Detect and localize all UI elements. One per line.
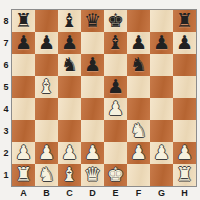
- square-d8[interactable]: ♛: [81, 10, 104, 32]
- square-f7[interactable]: ♟: [127, 32, 150, 54]
- piece-white-bishop[interactable]: ♝: [35, 76, 58, 98]
- square-a7[interactable]: ♟: [12, 32, 35, 54]
- square-e3[interactable]: [104, 120, 127, 142]
- square-d7[interactable]: [81, 32, 104, 54]
- square-d3[interactable]: [81, 120, 104, 142]
- piece-black-pawn[interactable]: ♟: [58, 32, 81, 54]
- square-d5[interactable]: [81, 76, 104, 98]
- square-e8[interactable]: ♚: [104, 10, 127, 32]
- square-b8[interactable]: [35, 10, 58, 32]
- file-label-d: D: [81, 187, 104, 199]
- square-h1[interactable]: ♜: [173, 164, 196, 186]
- square-b1[interactable]: ♞: [35, 164, 58, 186]
- piece-black-knight[interactable]: ♞: [127, 54, 150, 76]
- piece-black-pawn[interactable]: ♟: [173, 32, 196, 54]
- piece-white-bishop[interactable]: ♝: [58, 164, 81, 186]
- square-c7[interactable]: ♟: [58, 32, 81, 54]
- square-h8[interactable]: ♜: [173, 10, 196, 32]
- square-g6[interactable]: [150, 54, 173, 76]
- rank-label-7: 7: [0, 32, 12, 54]
- square-e5[interactable]: ♟: [104, 76, 127, 98]
- piece-white-pawn[interactable]: ♟: [173, 142, 196, 164]
- piece-white-knight[interactable]: ♞: [127, 120, 150, 142]
- square-b3[interactable]: [35, 120, 58, 142]
- square-f6[interactable]: ♞: [127, 54, 150, 76]
- piece-black-rook[interactable]: ♜: [12, 10, 35, 32]
- piece-white-pawn[interactable]: ♟: [35, 142, 58, 164]
- file-label-a: A: [12, 187, 35, 199]
- piece-black-rook[interactable]: ♜: [173, 10, 196, 32]
- piece-white-pawn[interactable]: ♟: [127, 142, 150, 164]
- square-g4[interactable]: [150, 98, 173, 120]
- piece-white-pawn[interactable]: ♟: [12, 142, 35, 164]
- piece-white-pawn[interactable]: ♟: [150, 142, 173, 164]
- square-a6[interactable]: [12, 54, 35, 76]
- square-h5[interactable]: [173, 76, 196, 98]
- square-d4[interactable]: [81, 98, 104, 120]
- file-label-f: F: [127, 187, 150, 199]
- square-h3[interactable]: [173, 120, 196, 142]
- file-label-g: G: [150, 187, 173, 199]
- piece-black-bishop[interactable]: ♝: [58, 10, 81, 32]
- square-b2[interactable]: ♟: [35, 142, 58, 164]
- piece-white-pawn[interactable]: ♟: [104, 98, 127, 120]
- square-g7[interactable]: ♟: [150, 32, 173, 54]
- square-h4[interactable]: [173, 98, 196, 120]
- piece-white-knight[interactable]: ♞: [35, 164, 58, 186]
- square-g5[interactable]: [150, 76, 173, 98]
- square-d2[interactable]: ♟: [81, 142, 104, 164]
- square-e1[interactable]: ♚: [104, 164, 127, 186]
- square-a4[interactable]: [12, 98, 35, 120]
- square-g3[interactable]: [150, 120, 173, 142]
- square-f3[interactable]: ♞: [127, 120, 150, 142]
- piece-black-pawn[interactable]: ♟: [35, 32, 58, 54]
- rank-label-4: 4: [0, 98, 12, 120]
- piece-black-bishop[interactable]: ♝: [104, 32, 127, 54]
- square-d6[interactable]: ♟: [81, 54, 104, 76]
- chess-board: ♜♝♛♚♜♟♟♟♝♟♟♟♞♟♞♝♟♟♞♟♟♟♟♟♟♟♜♞♝♛♚♜: [12, 10, 196, 186]
- file-label-b: B: [35, 187, 58, 199]
- square-f4[interactable]: [127, 98, 150, 120]
- rank-labels: 87654321: [0, 10, 12, 186]
- piece-black-pawn[interactable]: ♟: [127, 32, 150, 54]
- file-label-c: C: [58, 187, 81, 199]
- rank-label-6: 6: [0, 54, 12, 76]
- square-c1[interactable]: ♝: [58, 164, 81, 186]
- square-c5[interactable]: [58, 76, 81, 98]
- square-b6[interactable]: [35, 54, 58, 76]
- rank-label-8: 8: [0, 10, 12, 32]
- square-e2[interactable]: [104, 142, 127, 164]
- piece-white-rook[interactable]: ♜: [12, 164, 35, 186]
- piece-white-king[interactable]: ♚: [104, 164, 127, 186]
- square-h6[interactable]: [173, 54, 196, 76]
- square-c3[interactable]: [58, 120, 81, 142]
- square-d1[interactable]: ♛: [81, 164, 104, 186]
- square-g1[interactable]: [150, 164, 173, 186]
- file-labels: ABCDEFGH: [12, 187, 196, 199]
- square-e4[interactable]: ♟: [104, 98, 127, 120]
- square-a3[interactable]: [12, 120, 35, 142]
- square-e6[interactable]: [104, 54, 127, 76]
- piece-black-pawn[interactable]: ♟: [12, 32, 35, 54]
- file-label-h: H: [173, 187, 196, 199]
- square-a5[interactable]: [12, 76, 35, 98]
- piece-black-pawn[interactable]: ♟: [150, 32, 173, 54]
- square-g2[interactable]: ♟: [150, 142, 173, 164]
- rank-label-2: 2: [0, 142, 12, 164]
- piece-black-king[interactable]: ♚: [104, 10, 127, 32]
- rank-label-5: 5: [0, 76, 12, 98]
- piece-white-rook[interactable]: ♜: [173, 164, 196, 186]
- square-g8[interactable]: [150, 10, 173, 32]
- square-c6[interactable]: ♞: [58, 54, 81, 76]
- piece-white-queen[interactable]: ♛: [81, 164, 104, 186]
- piece-black-pawn[interactable]: ♟: [104, 76, 127, 98]
- square-h2[interactable]: ♟: [173, 142, 196, 164]
- rank-label-3: 3: [0, 120, 12, 142]
- square-f1[interactable]: [127, 164, 150, 186]
- rank-label-1: 1: [0, 164, 12, 186]
- square-b7[interactable]: ♟: [35, 32, 58, 54]
- square-c4[interactable]: [58, 98, 81, 120]
- square-b5[interactable]: ♝: [35, 76, 58, 98]
- square-f5[interactable]: [127, 76, 150, 98]
- piece-white-pawn[interactable]: ♟: [81, 142, 104, 164]
- square-c2[interactable]: ♟: [58, 142, 81, 164]
- square-a8[interactable]: ♜: [12, 10, 35, 32]
- square-b4[interactable]: [35, 98, 58, 120]
- square-h7[interactable]: ♟: [173, 32, 196, 54]
- square-a2[interactable]: ♟: [12, 142, 35, 164]
- piece-black-queen[interactable]: ♛: [81, 10, 104, 32]
- square-f2[interactable]: ♟: [127, 142, 150, 164]
- square-f8[interactable]: [127, 10, 150, 32]
- piece-black-knight[interactable]: ♞: [58, 54, 81, 76]
- square-c8[interactable]: ♝: [58, 10, 81, 32]
- square-a1[interactable]: ♜: [12, 164, 35, 186]
- piece-black-pawn[interactable]: ♟: [81, 54, 104, 76]
- square-e7[interactable]: ♝: [104, 32, 127, 54]
- file-label-e: E: [104, 187, 127, 199]
- piece-white-pawn[interactable]: ♟: [58, 142, 81, 164]
